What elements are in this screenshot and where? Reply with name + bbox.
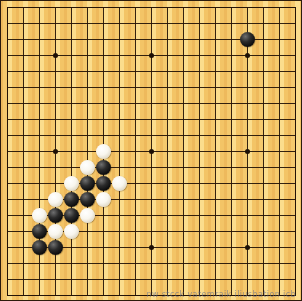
stone-black-D4: [48, 240, 63, 255]
star-point: [245, 149, 250, 154]
stone-white-C6: [32, 208, 47, 223]
stone-black-G8: [96, 176, 111, 191]
stone-black-E6: [64, 208, 79, 223]
star-point: [53, 149, 58, 154]
stone-black-G9: [96, 160, 111, 175]
stone-white-F9: [80, 160, 95, 175]
star-point: [245, 245, 250, 250]
stone-white-E8: [64, 176, 79, 191]
stone-white-E5: [64, 224, 79, 239]
stone-black-F7: [80, 192, 95, 207]
stone-black-E7: [64, 192, 79, 207]
stone-white-G7: [96, 192, 111, 207]
stone-white-D7: [48, 192, 63, 207]
stone-white-D5: [48, 224, 63, 239]
stone-black-C4: [32, 240, 47, 255]
go-board: nw stcck vatemraik iliusbation icb: [0, 0, 302, 301]
star-point: [53, 53, 58, 58]
stone-white-G10: [96, 144, 111, 159]
stone-black-D6: [48, 208, 63, 223]
board-grid[interactable]: [0, 0, 302, 301]
star-point: [245, 53, 250, 58]
star-point: [149, 149, 154, 154]
stone-black-C5: [32, 224, 47, 239]
stone-black-F8: [80, 176, 95, 191]
stone-black-Q17: [240, 32, 255, 47]
star-point: [149, 53, 154, 58]
stone-white-H8: [112, 176, 127, 191]
star-point: [149, 245, 154, 250]
stone-white-F6: [80, 208, 95, 223]
